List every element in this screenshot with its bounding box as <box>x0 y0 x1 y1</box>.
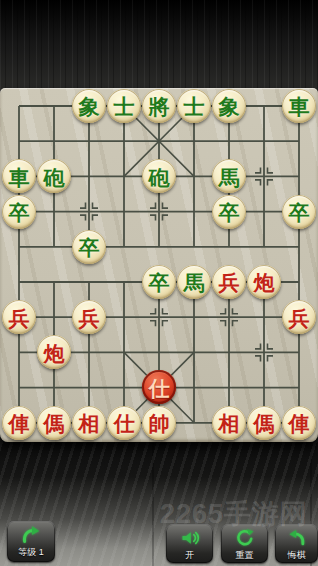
piece-label: 馬 <box>219 166 240 187</box>
refresh-circular-arrow-icon <box>234 526 256 549</box>
level-button-label: 等级 1 <box>18 546 44 559</box>
speaker-icon <box>179 526 201 549</box>
piece-black-士[interactable]: 士 <box>177 89 211 123</box>
piece-label: 砲 <box>44 166 65 187</box>
piece-red-俥[interactable]: 俥 <box>2 406 36 440</box>
xiangqi-app-screen: 象士將士象車車砲砲馬卒卒卒卒卒馬兵炮兵兵兵炮仕俥傌相仕帥相傌俥 等级 1 开 重… <box>0 0 318 566</box>
piece-label: 將 <box>149 96 170 117</box>
xiangqi-board: 象士將士象車車砲砲馬卒卒卒卒卒馬兵炮兵兵兵炮仕俥傌相仕帥相傌俥 <box>0 88 318 442</box>
piece-red-傌[interactable]: 傌 <box>247 406 281 440</box>
piece-black-車[interactable]: 車 <box>282 89 316 123</box>
piece-label: 車 <box>9 166 30 187</box>
piece-label: 象 <box>219 96 240 117</box>
piece-layer: 象士將士象車車砲砲馬卒卒卒卒卒馬兵炮兵兵兵炮仕俥傌相仕帥相傌俥 <box>2 88 317 440</box>
piece-label: 士 <box>114 96 135 117</box>
level-swoosh-arrow-icon <box>19 523 43 546</box>
piece-black-馬[interactable]: 馬 <box>177 265 211 299</box>
piece-label: 仕 <box>149 377 170 398</box>
piece-label: 相 <box>79 413 100 434</box>
piece-red-俥[interactable]: 俥 <box>282 406 316 440</box>
piece-black-卒[interactable]: 卒 <box>142 265 176 299</box>
piece-black-卒[interactable]: 卒 <box>212 195 246 229</box>
piece-red-仕[interactable]: 仕 <box>142 370 176 404</box>
piece-label: 兵 <box>289 307 310 328</box>
piece-label: 仕 <box>114 413 135 434</box>
piece-black-卒[interactable]: 卒 <box>72 230 106 264</box>
piece-label: 帥 <box>149 413 170 434</box>
piece-label: 傌 <box>254 413 275 434</box>
piece-black-象[interactable]: 象 <box>212 89 246 123</box>
sound-button-label: 开 <box>185 549 194 562</box>
piece-black-車[interactable]: 車 <box>2 159 36 193</box>
level-button[interactable]: 等级 1 <box>7 521 55 562</box>
piece-label: 卒 <box>9 202 30 223</box>
undo-curved-arrow-icon <box>286 526 308 549</box>
undo-button-label: 悔棋 <box>288 549 306 562</box>
piece-black-士[interactable]: 士 <box>107 89 141 123</box>
piece-label: 卒 <box>289 202 310 223</box>
piece-label: 炮 <box>44 342 65 363</box>
piece-label: 卒 <box>219 202 240 223</box>
piece-label: 士 <box>184 96 205 117</box>
piece-label: 兵 <box>79 307 100 328</box>
piece-label: 兵 <box>219 272 240 293</box>
sound-toggle-button[interactable]: 开 <box>166 524 213 563</box>
piece-red-兵[interactable]: 兵 <box>212 265 246 299</box>
reset-button[interactable]: 重置 <box>221 524 268 563</box>
undo-button[interactable]: 悔棋 <box>275 524 318 563</box>
piece-label: 象 <box>79 96 100 117</box>
piece-black-卒[interactable]: 卒 <box>2 195 36 229</box>
piece-red-仕[interactable]: 仕 <box>107 406 141 440</box>
piece-label: 傌 <box>44 413 65 434</box>
piece-black-卒[interactable]: 卒 <box>282 195 316 229</box>
piece-red-相[interactable]: 相 <box>212 406 246 440</box>
reset-button-label: 重置 <box>236 549 254 562</box>
piece-red-相[interactable]: 相 <box>72 406 106 440</box>
piece-red-兵[interactable]: 兵 <box>72 300 106 334</box>
piece-label: 相 <box>219 413 240 434</box>
piece-red-炮[interactable]: 炮 <box>247 265 281 299</box>
piece-label: 俥 <box>289 413 310 434</box>
piece-black-砲[interactable]: 砲 <box>142 159 176 193</box>
piece-label: 馬 <box>184 272 205 293</box>
piece-label: 卒 <box>149 272 170 293</box>
piece-black-象[interactable]: 象 <box>72 89 106 123</box>
piece-label: 卒 <box>79 237 100 258</box>
piece-black-馬[interactable]: 馬 <box>212 159 246 193</box>
piece-label: 砲 <box>149 166 170 187</box>
piece-red-兵[interactable]: 兵 <box>282 300 316 334</box>
piece-red-兵[interactable]: 兵 <box>2 300 36 334</box>
piece-red-傌[interactable]: 傌 <box>37 406 71 440</box>
piece-red-炮[interactable]: 炮 <box>37 335 71 369</box>
piece-black-砲[interactable]: 砲 <box>37 159 71 193</box>
piece-label: 兵 <box>9 307 30 328</box>
piece-label: 俥 <box>9 413 30 434</box>
piece-label: 炮 <box>254 272 275 293</box>
piece-black-將[interactable]: 將 <box>142 89 176 123</box>
dark-wood-backdrop-top <box>0 0 318 92</box>
piece-red-帥[interactable]: 帥 <box>142 406 176 440</box>
piece-label: 車 <box>289 96 310 117</box>
